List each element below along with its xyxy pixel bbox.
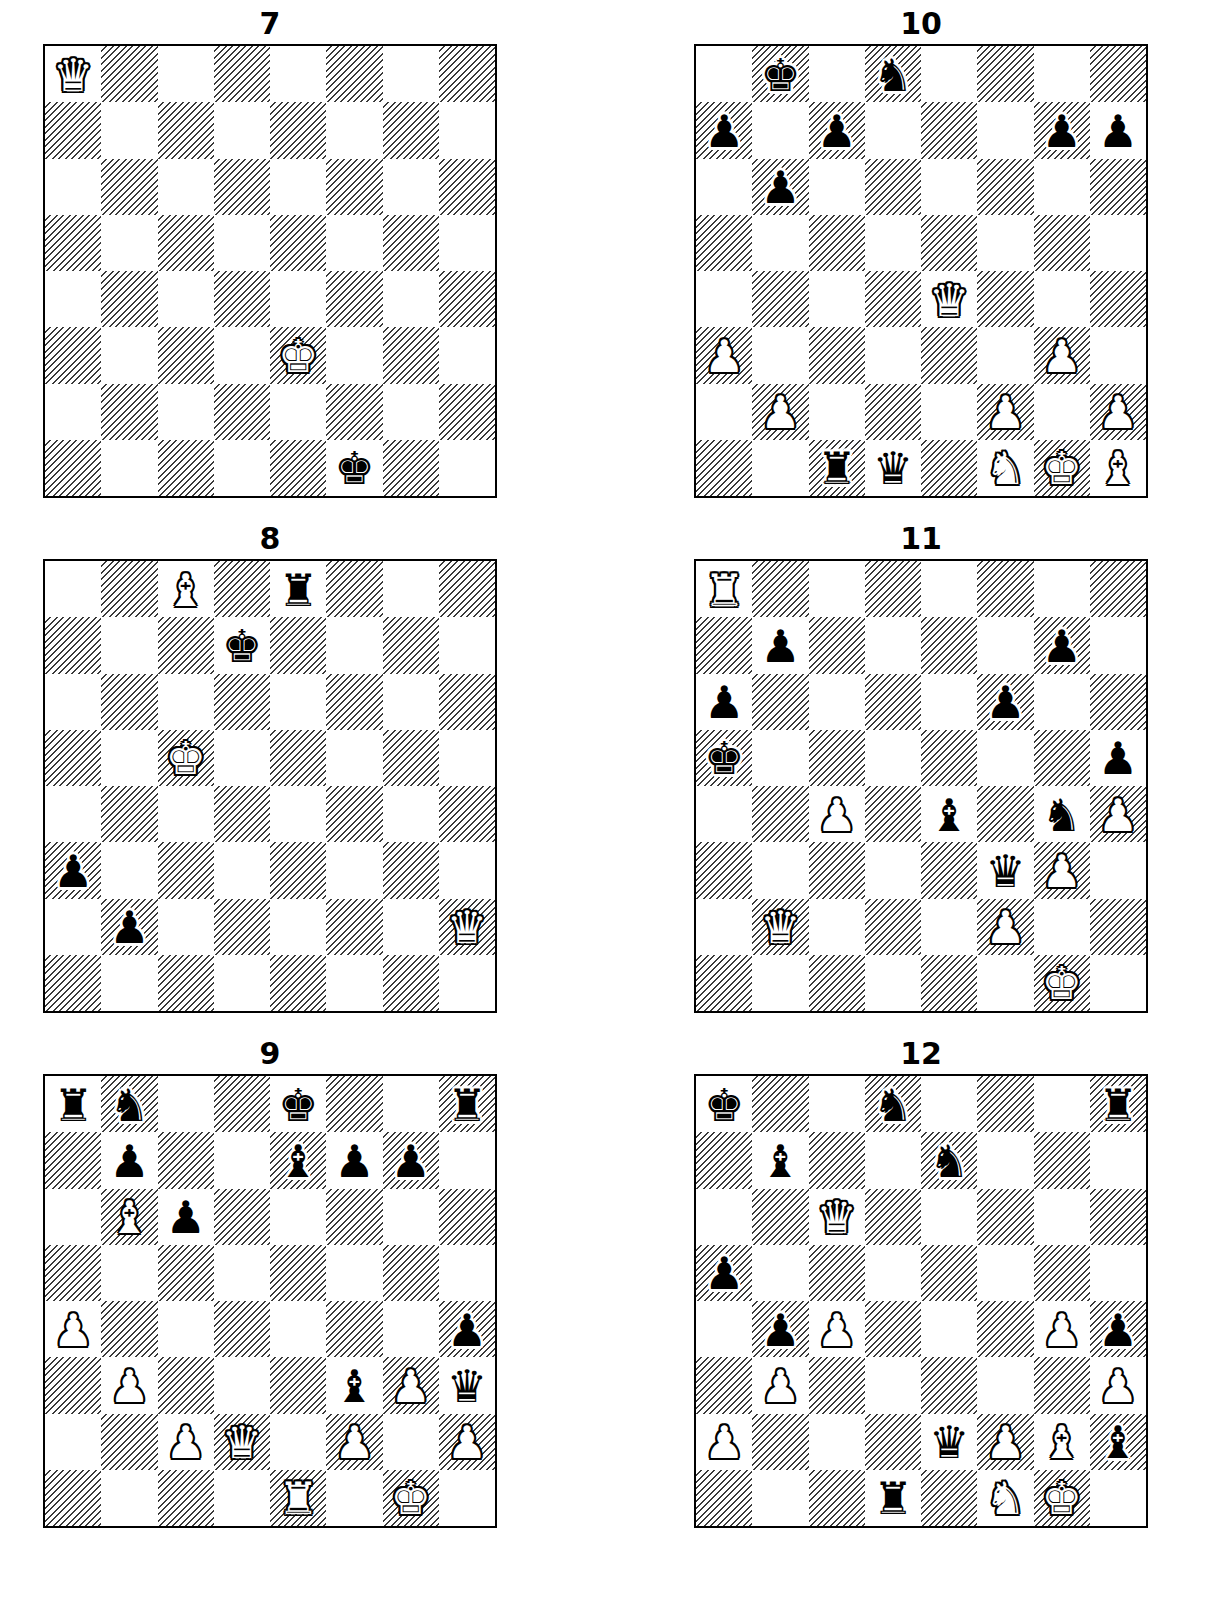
- square-e5: [270, 730, 326, 786]
- white-queen: ♛: [929, 278, 969, 323]
- square-c1: [158, 955, 214, 1011]
- white-knight: ♞: [985, 446, 1025, 491]
- square-h1: [439, 440, 495, 496]
- square-d1: [865, 955, 921, 1011]
- square-d4: [214, 1301, 270, 1357]
- black-pawn: ♟: [1041, 624, 1081, 669]
- square-a1: [696, 955, 752, 1011]
- chess-board: ♛♚♚: [43, 44, 497, 498]
- square-a7: [45, 102, 101, 158]
- square-d5: [214, 1245, 270, 1301]
- square-c3: [809, 327, 865, 383]
- square-c1: [158, 1470, 214, 1526]
- square-c5: [809, 1245, 865, 1301]
- square-h1: [439, 955, 495, 1011]
- square-c7: [809, 1132, 865, 1188]
- square-d7: ♚: [214, 617, 270, 673]
- square-h1: [1090, 1470, 1146, 1526]
- square-e4: ♛: [921, 271, 977, 327]
- square-f2: [326, 899, 382, 955]
- square-b2: ♛: [752, 899, 808, 955]
- square-g5: [383, 1245, 439, 1301]
- square-e2: [270, 384, 326, 440]
- square-a6: [45, 159, 101, 215]
- square-a4: [696, 271, 752, 327]
- square-e6: [921, 1189, 977, 1245]
- square-b4: [101, 271, 157, 327]
- square-h5: [1090, 1245, 1146, 1301]
- square-c2: [809, 1414, 865, 1470]
- square-g2: [1034, 899, 1090, 955]
- square-d8: [865, 561, 921, 617]
- square-g4: [383, 786, 439, 842]
- square-d7: [865, 102, 921, 158]
- square-f8: [326, 46, 382, 102]
- square-f7: [977, 102, 1033, 158]
- square-a3: [696, 842, 752, 898]
- square-g4: ♟: [1034, 1301, 1090, 1357]
- white-pawn: ♟: [1098, 390, 1138, 435]
- black-queen: ♛: [985, 849, 1025, 894]
- square-f6: [977, 1189, 1033, 1245]
- black-pawn: ♟: [760, 624, 800, 669]
- black-rook: ♜: [53, 1083, 93, 1128]
- square-g7: [383, 102, 439, 158]
- black-rook: ♜: [1098, 1083, 1138, 1128]
- square-f8: [977, 1076, 1033, 1132]
- white-pawn: ♟: [1098, 1364, 1138, 1409]
- square-a8: ♛: [45, 46, 101, 102]
- square-c5: [158, 1245, 214, 1301]
- square-b8: [101, 561, 157, 617]
- square-b7: [101, 617, 157, 673]
- square-b5: [752, 1245, 808, 1301]
- square-b3: [101, 327, 157, 383]
- square-f2: ♟: [977, 384, 1033, 440]
- black-pawn: ♟: [760, 1308, 800, 1353]
- square-h7: [439, 1132, 495, 1188]
- white-rook: ♜: [278, 1476, 318, 1521]
- square-e7: ♞: [921, 1132, 977, 1188]
- square-c4: [158, 786, 214, 842]
- square-d8: [214, 561, 270, 617]
- square-b6: ♝: [101, 1189, 157, 1245]
- square-h8: [439, 46, 495, 102]
- square-c8: [809, 1076, 865, 1132]
- square-b1: [101, 1470, 157, 1526]
- white-king: ♚: [165, 736, 205, 781]
- square-h5: [439, 730, 495, 786]
- square-h4: [1090, 271, 1146, 327]
- square-h7: [439, 617, 495, 673]
- square-g8: [383, 46, 439, 102]
- square-g6: [1034, 674, 1090, 730]
- square-c2: [809, 899, 865, 955]
- square-b6: ♟: [752, 159, 808, 215]
- square-a3: [696, 1357, 752, 1413]
- square-g3: ♟: [1034, 327, 1090, 383]
- square-a2: [45, 384, 101, 440]
- square-b2: [752, 1414, 808, 1470]
- white-rook: ♜: [704, 568, 744, 613]
- square-e6: [270, 159, 326, 215]
- square-a5: ♟: [696, 1245, 752, 1301]
- black-pawn: ♟: [1098, 1308, 1138, 1353]
- square-e7: [921, 102, 977, 158]
- square-e5: [921, 730, 977, 786]
- square-f6: [326, 674, 382, 730]
- square-f3: [326, 327, 382, 383]
- square-c8: [809, 46, 865, 102]
- square-g1: ♚: [1034, 440, 1090, 496]
- square-e3: [270, 1357, 326, 1413]
- white-pawn: ♟: [447, 1420, 487, 1465]
- square-g6: [383, 674, 439, 730]
- square-f3: [977, 327, 1033, 383]
- square-c2: ♟: [158, 1414, 214, 1470]
- square-g1: ♚: [1034, 1470, 1090, 1526]
- square-b2: [101, 1414, 157, 1470]
- square-d3: [214, 842, 270, 898]
- square-c1: [809, 1470, 865, 1526]
- square-g5: [383, 215, 439, 271]
- square-f4: [977, 786, 1033, 842]
- white-knight: ♞: [985, 1476, 1025, 1521]
- chess-diagram-11: 11 ♜♟♟♟♟♚♟♟♝♞♟♛♟♛♟♚: [694, 521, 1148, 1013]
- square-b6: [101, 159, 157, 215]
- black-queen: ♛: [929, 1420, 969, 1465]
- square-b2: ♟: [101, 899, 157, 955]
- square-e7: ♝: [270, 1132, 326, 1188]
- black-rook: ♜: [447, 1083, 487, 1128]
- square-d5: [865, 215, 921, 271]
- square-g3: ♟: [383, 1357, 439, 1413]
- square-b5: [752, 215, 808, 271]
- square-h4: ♟: [439, 1301, 495, 1357]
- square-f7: [326, 102, 382, 158]
- square-f6: [326, 159, 382, 215]
- square-g2: [383, 1414, 439, 1470]
- white-pawn: ♟: [1041, 849, 1081, 894]
- square-d2: [214, 899, 270, 955]
- black-pawn: ♟: [1098, 109, 1138, 154]
- square-f3: ♛: [977, 842, 1033, 898]
- square-b3: [752, 327, 808, 383]
- square-d3: [214, 327, 270, 383]
- square-a2: ♟: [696, 1414, 752, 1470]
- square-d1: [214, 1470, 270, 1526]
- square-b2: [101, 384, 157, 440]
- square-h3: ♟: [1090, 1357, 1146, 1413]
- square-f2: ♟: [326, 1414, 382, 1470]
- black-king: ♚: [760, 53, 800, 98]
- square-e1: ♜: [270, 1470, 326, 1526]
- square-c7: [809, 617, 865, 673]
- square-c8: [809, 561, 865, 617]
- square-e1: [921, 1470, 977, 1526]
- square-a1: [45, 1470, 101, 1526]
- black-pawn: ♟: [985, 680, 1025, 725]
- square-h3: [439, 327, 495, 383]
- square-h8: [1090, 46, 1146, 102]
- square-g1: [383, 440, 439, 496]
- square-e7: [270, 102, 326, 158]
- square-e4: [270, 1301, 326, 1357]
- square-h6: [439, 1189, 495, 1245]
- chess-board: ♚♞♟♟♟♟♟♛♟♟♟♟♟♜♛♞♚♝: [694, 44, 1148, 498]
- square-f4: [977, 271, 1033, 327]
- square-h7: [1090, 617, 1146, 673]
- square-c3: [158, 327, 214, 383]
- square-f4: [977, 1301, 1033, 1357]
- square-e1: [921, 955, 977, 1011]
- square-f1: [326, 1470, 382, 1526]
- square-c1: ♜: [809, 440, 865, 496]
- square-d6: [214, 159, 270, 215]
- square-f4: [326, 271, 382, 327]
- black-pawn: ♟: [1098, 736, 1138, 781]
- square-b8: ♞: [101, 1076, 157, 1132]
- square-f2: [326, 384, 382, 440]
- square-e2: [921, 899, 977, 955]
- square-f5: [326, 1245, 382, 1301]
- black-bishop: ♝: [760, 1139, 800, 1184]
- square-c7: [158, 1132, 214, 1188]
- black-pawn: ♟: [704, 1251, 744, 1296]
- square-g2: ♝: [1034, 1414, 1090, 1470]
- square-f1: ♞: [977, 1470, 1033, 1526]
- square-f6: [326, 1189, 382, 1245]
- black-pawn: ♟: [447, 1308, 487, 1353]
- black-rook: ♜: [278, 568, 318, 613]
- square-h4: ♟: [1090, 786, 1146, 842]
- square-g3: [1034, 1357, 1090, 1413]
- square-a1: [45, 440, 101, 496]
- black-pawn: ♟: [704, 109, 744, 154]
- square-e6: [921, 159, 977, 215]
- square-a5: [45, 730, 101, 786]
- black-rook: ♜: [873, 1476, 913, 1521]
- square-d5: [214, 730, 270, 786]
- square-h5: [439, 1245, 495, 1301]
- square-a1: [696, 1470, 752, 1526]
- square-e8: ♜: [270, 561, 326, 617]
- square-a7: [45, 1132, 101, 1188]
- square-g2: [1034, 384, 1090, 440]
- board-number-label: 10: [694, 6, 1148, 42]
- square-b8: [752, 1076, 808, 1132]
- square-h2: ♝: [1090, 1414, 1146, 1470]
- black-pawn: ♟: [165, 1195, 205, 1240]
- square-a6: [696, 159, 752, 215]
- square-e3: ♚: [270, 327, 326, 383]
- square-f7: [326, 617, 382, 673]
- square-a7: [45, 617, 101, 673]
- board-number-label: 9: [43, 1036, 497, 1072]
- square-d6: [214, 1189, 270, 1245]
- square-h3: [1090, 327, 1146, 383]
- square-g1: [383, 955, 439, 1011]
- square-c7: ♟: [809, 102, 865, 158]
- square-g5: [383, 730, 439, 786]
- square-f8: [977, 46, 1033, 102]
- square-d2: [865, 384, 921, 440]
- black-queen: ♛: [873, 446, 913, 491]
- square-g3: [383, 842, 439, 898]
- square-h4: [439, 271, 495, 327]
- square-f6: ♟: [977, 674, 1033, 730]
- square-c6: [809, 159, 865, 215]
- square-h3: [439, 842, 495, 898]
- square-c8: [158, 1076, 214, 1132]
- square-d1: [214, 440, 270, 496]
- white-pawn: ♟: [165, 1420, 205, 1465]
- square-h6: [439, 159, 495, 215]
- black-king: ♚: [704, 1083, 744, 1128]
- square-a3: ♟: [696, 327, 752, 383]
- square-f8: [326, 1076, 382, 1132]
- square-e8: [921, 561, 977, 617]
- square-d2: [865, 1414, 921, 1470]
- square-f5: [977, 215, 1033, 271]
- chess-diagram-9: 9 ♜♞♚♜♟♝♟♟♝♟♟♟♟♝♟♛♟♛♟♟♜♚: [43, 1036, 497, 1528]
- square-d6: [214, 674, 270, 730]
- square-c8: [158, 46, 214, 102]
- white-king: ♚: [1041, 446, 1081, 491]
- square-a2: [696, 899, 752, 955]
- square-g7: ♟: [1034, 617, 1090, 673]
- black-king: ♚: [704, 736, 744, 781]
- chess-board: ♜♞♚♜♟♝♟♟♝♟♟♟♟♝♟♛♟♛♟♟♜♚: [43, 1074, 497, 1528]
- black-bishop: ♝: [1098, 1420, 1138, 1465]
- square-d3: [214, 1357, 270, 1413]
- white-king: ♚: [390, 1476, 430, 1521]
- square-h2: [1090, 899, 1146, 955]
- square-d6: [865, 159, 921, 215]
- square-e3: [921, 327, 977, 383]
- square-c3: [158, 842, 214, 898]
- square-b6: [101, 674, 157, 730]
- black-queen: ♛: [447, 1364, 487, 1409]
- square-a4: [45, 271, 101, 327]
- square-a6: [45, 1189, 101, 1245]
- square-b1: [752, 955, 808, 1011]
- square-g5: [1034, 1245, 1090, 1301]
- square-h7: [439, 102, 495, 158]
- square-a2: [45, 1414, 101, 1470]
- square-d2: ♛: [214, 1414, 270, 1470]
- square-h5: [439, 215, 495, 271]
- square-a5: [45, 1245, 101, 1301]
- black-pawn: ♟: [109, 905, 149, 950]
- square-h6: [1090, 674, 1146, 730]
- square-b1: [101, 955, 157, 1011]
- black-pawn: ♟: [334, 1139, 374, 1184]
- square-g5: [1034, 215, 1090, 271]
- square-h8: [439, 561, 495, 617]
- square-b7: [752, 102, 808, 158]
- square-e1: [270, 440, 326, 496]
- square-e1: [921, 440, 977, 496]
- square-b7: ♟: [752, 617, 808, 673]
- square-d8: ♞: [865, 1076, 921, 1132]
- square-f7: [977, 617, 1033, 673]
- square-b4: [101, 786, 157, 842]
- square-g6: [383, 159, 439, 215]
- square-g8: [1034, 561, 1090, 617]
- square-d3: [865, 1357, 921, 1413]
- square-f5: [326, 215, 382, 271]
- square-e4: [921, 1301, 977, 1357]
- square-b2: ♟: [752, 384, 808, 440]
- square-b4: ♟: [752, 1301, 808, 1357]
- square-h8: ♜: [1090, 1076, 1146, 1132]
- white-bishop: ♝: [1041, 1420, 1081, 1465]
- square-a8: ♚: [696, 1076, 752, 1132]
- square-a6: [696, 1189, 752, 1245]
- square-e5: [921, 215, 977, 271]
- square-c6: ♛: [809, 1189, 865, 1245]
- square-d6: [865, 674, 921, 730]
- square-e1: [270, 955, 326, 1011]
- square-b8: [752, 561, 808, 617]
- white-pawn: ♟: [1041, 1308, 1081, 1353]
- square-g2: [383, 899, 439, 955]
- square-h6: [1090, 1189, 1146, 1245]
- white-pawn: ♟: [109, 1364, 149, 1409]
- square-a2: [696, 384, 752, 440]
- square-g7: ♟: [1034, 102, 1090, 158]
- white-pawn: ♟: [1041, 334, 1081, 379]
- black-pawn: ♟: [1041, 109, 1081, 154]
- square-b3: [752, 842, 808, 898]
- square-b5: [752, 730, 808, 786]
- square-b4: [752, 271, 808, 327]
- square-f3: [326, 842, 382, 898]
- square-e8: [921, 46, 977, 102]
- square-h1: [439, 1470, 495, 1526]
- square-e4: [270, 786, 326, 842]
- chess-diagram-10: 10 ♚♞♟♟♟♟♟♛♟♟♟♟♟♜♛♞♚♝: [694, 6, 1148, 498]
- chess-board: ♚♞♜♝♞♛♟♟♟♟♟♟♟♟♛♟♝♝♜♞♚: [694, 1074, 1148, 1528]
- square-d3: [865, 842, 921, 898]
- square-h4: ♟: [1090, 1301, 1146, 1357]
- square-c6: [158, 159, 214, 215]
- square-d4: [214, 271, 270, 327]
- square-h5: [1090, 215, 1146, 271]
- black-bishop: ♝: [929, 793, 969, 838]
- square-d7: [214, 102, 270, 158]
- square-d7: [865, 617, 921, 673]
- square-f2: ♟: [977, 1414, 1033, 1470]
- square-f7: [977, 1132, 1033, 1188]
- square-c5: [809, 215, 865, 271]
- square-a3: [45, 327, 101, 383]
- square-b5: [101, 730, 157, 786]
- white-pawn: ♟: [1098, 793, 1138, 838]
- black-king: ♚: [278, 1083, 318, 1128]
- square-g6: [383, 1189, 439, 1245]
- square-c4: ♟: [809, 786, 865, 842]
- black-knight: ♞: [873, 53, 913, 98]
- white-queen: ♛: [816, 1195, 856, 1240]
- black-king: ♚: [334, 446, 374, 491]
- square-a8: [696, 46, 752, 102]
- square-f6: [977, 159, 1033, 215]
- black-knight: ♞: [929, 1139, 969, 1184]
- square-b7: ♟: [101, 1132, 157, 1188]
- square-g3: ♟: [1034, 842, 1090, 898]
